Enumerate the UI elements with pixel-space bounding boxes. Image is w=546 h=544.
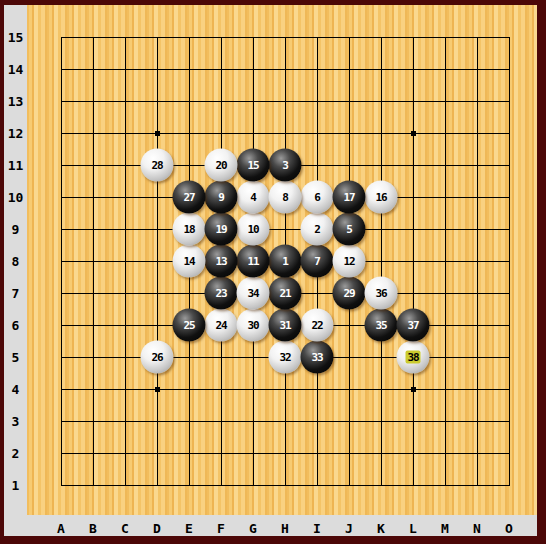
stone-number: 15 [247,159,258,172]
stone-white-j8[interactable]: 12 [333,245,366,278]
row-label-12: 12 [4,126,27,141]
stone-white-f11[interactable]: 20 [205,149,238,182]
goban-frame: 1234567891011121314151617181920212223242… [0,0,546,544]
star-point-l12 [411,131,416,136]
stone-number: 7 [314,255,320,268]
stone-number: 11 [247,255,258,268]
stone-black-f9[interactable]: 19 [205,213,238,246]
stone-number: 1 [282,255,288,268]
stone-number: 25 [183,319,194,332]
stone-black-h8[interactable]: 1 [269,245,302,278]
row-label-14: 14 [4,62,27,77]
column-label-E: E [173,521,205,536]
star-point-l4 [411,387,416,392]
column-label-J: J [333,521,365,536]
stone-black-i5[interactable]: 33 [301,341,334,374]
column-label-I: I [301,521,333,536]
column-label-L: L [397,521,429,536]
row-label-4: 4 [4,382,27,397]
row-label-10: 10 [4,190,27,205]
stone-number: 3 [282,159,288,172]
stone-black-h7[interactable]: 21 [269,277,302,310]
stone-white-g7[interactable]: 34 [237,277,270,310]
stone-white-k10[interactable]: 16 [365,181,398,214]
stone-number: 36 [375,287,386,300]
stone-white-i10[interactable]: 6 [301,181,334,214]
stone-white-i9[interactable]: 2 [301,213,334,246]
stone-number: 6 [314,191,320,204]
column-label-O: O [493,521,525,536]
stone-number: 23 [215,287,226,300]
stone-number: 19 [215,223,226,236]
row-label-3: 3 [4,414,27,429]
row-label-6: 6 [4,318,27,333]
stone-number: 4 [250,191,256,204]
row-label-8: 8 [4,254,27,269]
column-label-F: F [205,521,237,536]
stone-number: 12 [343,255,354,268]
stone-white-g6[interactable]: 30 [237,309,270,342]
column-label-M: M [429,521,461,536]
stone-number: 16 [375,191,386,204]
stone-black-j9[interactable]: 5 [333,213,366,246]
stone-white-i6[interactable]: 22 [301,309,334,342]
stone-number: 22 [311,319,322,332]
stone-white-g9[interactable]: 10 [237,213,270,246]
stone-number: 35 [375,319,386,332]
row-label-7: 7 [4,286,27,301]
stone-black-j7[interactable]: 29 [333,277,366,310]
stone-number: 33 [311,351,322,364]
column-label-N: N [461,521,493,536]
stone-number: 2 [314,223,320,236]
column-label-H: H [269,521,301,536]
stone-black-l6[interactable]: 37 [397,309,430,342]
star-point-d4 [155,387,160,392]
column-label-C: C [109,521,141,536]
stone-number: 5 [346,223,352,236]
row-label-15: 15 [4,30,27,45]
stone-white-h10[interactable]: 8 [269,181,302,214]
stone-number: 24 [215,319,226,332]
row-label-11: 11 [4,158,27,173]
stone-number: 31 [279,319,290,332]
stone-number: 34 [247,287,258,300]
stone-black-e10[interactable]: 27 [173,181,206,214]
column-label-A: A [45,521,77,536]
stone-black-k6[interactable]: 35 [365,309,398,342]
column-label-D: D [141,521,173,536]
stone-number: 28 [151,159,162,172]
stone-number: 18 [183,223,194,236]
stone-black-i8[interactable]: 7 [301,245,334,278]
stone-black-h11[interactable]: 3 [269,149,302,182]
row-label-1: 1 [4,478,27,493]
row-label-2: 2 [4,446,27,461]
stone-number: 20 [215,159,226,172]
goban[interactable]: 1234567891011121314151617181920212223242… [27,5,537,515]
stone-white-d11[interactable]: 28 [141,149,174,182]
stone-number: 32 [279,351,290,364]
stone-black-g8[interactable]: 11 [237,245,270,278]
column-label-B: B [77,521,109,536]
stone-white-l5[interactable]: 38 [397,341,430,374]
stone-number: 9 [218,191,224,204]
stone-white-f6[interactable]: 24 [205,309,238,342]
stone-white-d5[interactable]: 26 [141,341,174,374]
stone-white-k7[interactable]: 36 [365,277,398,310]
stone-black-e6[interactable]: 25 [173,309,206,342]
stone-number: 27 [183,191,194,204]
stone-number: 21 [279,287,290,300]
stone-black-j10[interactable]: 17 [333,181,366,214]
stone-number: 8 [282,191,288,204]
row-label-13: 13 [4,94,27,109]
stone-black-f7[interactable]: 23 [205,277,238,310]
stone-black-h6[interactable]: 31 [269,309,302,342]
column-label-G: G [237,521,269,536]
last-move-number: 38 [405,351,420,364]
stone-number: 26 [151,351,162,364]
stone-black-g11[interactable]: 15 [237,149,270,182]
stone-black-f10[interactable]: 9 [205,181,238,214]
stone-number: 30 [247,319,258,332]
stone-black-f8[interactable]: 13 [205,245,238,278]
stone-white-g10[interactable]: 4 [237,181,270,214]
stone-number: 29 [343,287,354,300]
stone-white-e8[interactable]: 14 [173,245,206,278]
stone-white-h5[interactable]: 32 [269,341,302,374]
stone-number: 10 [247,223,258,236]
stone-number: 37 [407,319,418,332]
column-label-K: K [365,521,397,536]
row-label-9: 9 [4,222,27,237]
stone-number: 14 [183,255,194,268]
row-label-5: 5 [4,350,27,365]
stone-number: 17 [343,191,354,204]
star-point-d12 [155,131,160,136]
stone-number: 13 [215,255,226,268]
stone-white-e9[interactable]: 18 [173,213,206,246]
